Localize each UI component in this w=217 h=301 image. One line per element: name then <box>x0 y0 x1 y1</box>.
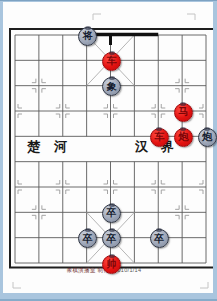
piece-black-soldier-3[interactable]: 卒 <box>102 229 121 248</box>
piece-black-soldier-1[interactable]: 卒 <box>102 204 121 223</box>
piece-black-soldier-4[interactable]: 卒 <box>150 229 169 248</box>
piece-red-horse[interactable]: 马 <box>174 103 193 122</box>
pieces-layer: 将车象马车炮炮卒卒卒卒帅 <box>3 2 213 293</box>
screenshot-frame: 楚河 汉界 象棋演播室 制作2010/1/14 将车象马车炮炮卒卒卒卒帅 <box>0 0 217 301</box>
piece-black-elephant[interactable]: 象 <box>102 77 121 96</box>
piece-red-chariot-2[interactable]: 车 <box>150 128 169 147</box>
piece-red-chariot-1[interactable]: 车 <box>102 52 121 71</box>
piece-black-soldier-2[interactable]: 卒 <box>78 229 97 248</box>
piece-black-general[interactable]: 将 <box>78 27 97 46</box>
piece-black-cannon[interactable]: 炮 <box>198 128 217 147</box>
piece-red-cannon[interactable]: 炮 <box>174 128 193 147</box>
piece-red-general[interactable]: 帅 <box>102 255 121 274</box>
diagram-page: 楚河 汉界 象棋演播室 制作2010/1/14 将车象马车炮炮卒卒卒卒帅 <box>3 2 213 293</box>
